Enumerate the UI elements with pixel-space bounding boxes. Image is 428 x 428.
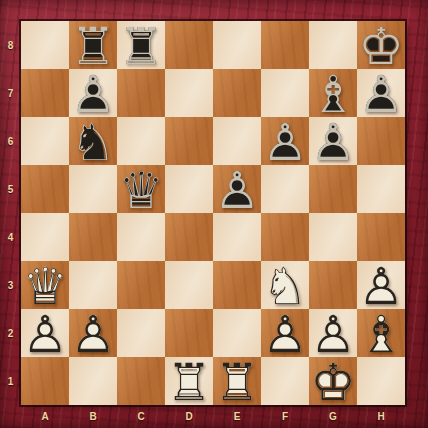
square-b4[interactable]	[69, 213, 117, 261]
square-h2[interactable]: ♝♗	[357, 309, 405, 357]
square-g7[interactable]: ♝♗	[309, 69, 357, 117]
square-g8[interactable]	[309, 21, 357, 69]
white-pawn[interactable]: ♟♙	[69, 309, 117, 357]
file-label-b: B	[69, 405, 117, 428]
black-pawn-outline-icon: ♙	[261, 118, 309, 166]
square-c4[interactable]	[117, 213, 165, 261]
square-d7[interactable]	[165, 69, 213, 117]
file-label-g: G	[309, 405, 357, 428]
square-g3[interactable]	[309, 261, 357, 309]
chess-board: ♜♖♜♖♚♔♟♙♝♗♟♙♞♘♟♙♟♙♛♕♟♙♛♕♞♘♟♙♟♙♟♙♟♙♟♙♝♗♜♖…	[21, 21, 405, 405]
white-pawn-outline-icon: ♙	[357, 262, 405, 310]
rank-label-4: 4	[0, 213, 21, 261]
black-queen[interactable]: ♛♕	[117, 165, 165, 213]
square-f6[interactable]: ♟♙	[261, 117, 309, 165]
black-pawn-outline-icon: ♙	[69, 70, 117, 118]
white-knight-outline-icon: ♘	[261, 262, 309, 310]
square-h4[interactable]	[357, 213, 405, 261]
square-c6[interactable]	[117, 117, 165, 165]
square-e6[interactable]	[213, 117, 261, 165]
rank-label-1: 1	[0, 357, 21, 405]
black-bishop-outline-icon: ♗	[309, 70, 357, 118]
black-king-outline-icon: ♔	[357, 22, 405, 70]
file-label-f: F	[261, 405, 309, 428]
black-pawn-outline-icon: ♙	[357, 70, 405, 118]
square-d8[interactable]	[165, 21, 213, 69]
rank-label-3: 3	[0, 261, 21, 309]
square-d1[interactable]: ♜♖	[165, 357, 213, 405]
file-label-e: E	[213, 405, 261, 428]
square-a4[interactable]	[21, 213, 69, 261]
square-b5[interactable]	[69, 165, 117, 213]
black-rook-outline-icon: ♖	[69, 22, 117, 70]
square-b8[interactable]: ♜♖	[69, 21, 117, 69]
square-b3[interactable]	[69, 261, 117, 309]
square-b7[interactable]: ♟♙	[69, 69, 117, 117]
square-g2[interactable]: ♟♙	[309, 309, 357, 357]
square-g6[interactable]: ♟♙	[309, 117, 357, 165]
square-a6[interactable]	[21, 117, 69, 165]
black-queen-outline-icon: ♕	[117, 166, 165, 214]
square-f1[interactable]	[261, 357, 309, 405]
white-rook[interactable]: ♜♖	[213, 357, 261, 405]
black-knight-outline-icon: ♘	[69, 118, 117, 166]
square-c2[interactable]	[117, 309, 165, 357]
white-pawn[interactable]: ♟♙	[261, 309, 309, 357]
white-rook-outline-icon: ♖	[213, 358, 261, 406]
square-d3[interactable]	[165, 261, 213, 309]
square-a3[interactable]: ♛♕	[21, 261, 69, 309]
file-label-c: C	[117, 405, 165, 428]
white-queen-outline-icon: ♕	[21, 262, 69, 310]
square-a7[interactable]	[21, 69, 69, 117]
white-king-outline-icon: ♔	[309, 358, 357, 406]
black-pawn[interactable]: ♟♙	[69, 69, 117, 117]
file-label-d: D	[165, 405, 213, 428]
square-h5[interactable]	[357, 165, 405, 213]
white-pawn-outline-icon: ♙	[261, 310, 309, 358]
square-c3[interactable]	[117, 261, 165, 309]
black-knight[interactable]: ♞♘	[69, 117, 117, 165]
rank-label-2: 2	[0, 309, 21, 357]
white-bishop[interactable]: ♝♗	[357, 309, 405, 357]
white-pawn-outline-icon: ♙	[69, 310, 117, 358]
white-king[interactable]: ♚♔	[309, 357, 357, 405]
square-e4[interactable]	[213, 213, 261, 261]
square-f3[interactable]: ♞♘	[261, 261, 309, 309]
square-b6[interactable]: ♞♘	[69, 117, 117, 165]
square-h7[interactable]: ♟♙	[357, 69, 405, 117]
black-pawn[interactable]: ♟♙	[213, 165, 261, 213]
white-queen[interactable]: ♛♕	[21, 261, 69, 309]
square-h1[interactable]	[357, 357, 405, 405]
black-bishop[interactable]: ♝♗	[309, 69, 357, 117]
square-g1[interactable]: ♚♔	[309, 357, 357, 405]
white-rook[interactable]: ♜♖	[165, 357, 213, 405]
square-b2[interactable]: ♟♙	[69, 309, 117, 357]
square-g4[interactable]	[309, 213, 357, 261]
black-pawn[interactable]: ♟♙	[309, 117, 357, 165]
black-pawn-outline-icon: ♙	[309, 118, 357, 166]
square-e2[interactable]	[213, 309, 261, 357]
file-label-h: H	[357, 405, 405, 428]
square-e7[interactable]	[213, 69, 261, 117]
square-c8[interactable]: ♜♖	[117, 21, 165, 69]
square-a5[interactable]	[21, 165, 69, 213]
black-pawn[interactable]: ♟♙	[357, 69, 405, 117]
black-rook[interactable]: ♜♖	[69, 21, 117, 69]
square-e5[interactable]: ♟♙	[213, 165, 261, 213]
square-h8[interactable]: ♚♔	[357, 21, 405, 69]
square-e3[interactable]	[213, 261, 261, 309]
white-pawn[interactable]: ♟♙	[309, 309, 357, 357]
white-pawn[interactable]: ♟♙	[357, 261, 405, 309]
square-d6[interactable]	[165, 117, 213, 165]
white-pawn-outline-icon: ♙	[309, 310, 357, 358]
black-pawn[interactable]: ♟♙	[261, 117, 309, 165]
square-f8[interactable]	[261, 21, 309, 69]
square-a1[interactable]	[21, 357, 69, 405]
square-e8[interactable]	[213, 21, 261, 69]
square-d2[interactable]	[165, 309, 213, 357]
square-f5[interactable]	[261, 165, 309, 213]
black-rook-outline-icon: ♖	[117, 22, 165, 70]
square-e1[interactable]: ♜♖	[213, 357, 261, 405]
square-h3[interactable]: ♟♙	[357, 261, 405, 309]
square-d4[interactable]	[165, 213, 213, 261]
rank-label-8: 8	[0, 21, 21, 69]
square-f7[interactable]	[261, 69, 309, 117]
square-c7[interactable]	[117, 69, 165, 117]
white-bishop-outline-icon: ♗	[357, 310, 405, 358]
rank-label-5: 5	[0, 165, 21, 213]
square-c5[interactable]: ♛♕	[117, 165, 165, 213]
square-h6[interactable]	[357, 117, 405, 165]
black-king[interactable]: ♚♔	[357, 21, 405, 69]
square-b1[interactable]	[69, 357, 117, 405]
square-a2[interactable]: ♟♙	[21, 309, 69, 357]
file-label-a: A	[21, 405, 69, 428]
square-f4[interactable]	[261, 213, 309, 261]
black-pawn-outline-icon: ♙	[213, 166, 261, 214]
rank-label-7: 7	[0, 69, 21, 117]
white-pawn-outline-icon: ♙	[21, 310, 69, 358]
white-pawn[interactable]: ♟♙	[21, 309, 69, 357]
square-d5[interactable]	[165, 165, 213, 213]
board-frame: ♜♖♜♖♚♔♟♙♝♗♟♙♞♘♟♙♟♙♛♕♟♙♛♕♞♘♟♙♟♙♟♙♟♙♟♙♝♗♜♖…	[0, 0, 428, 428]
rank-label-6: 6	[0, 117, 21, 165]
square-g5[interactable]	[309, 165, 357, 213]
square-c1[interactable]	[117, 357, 165, 405]
white-knight[interactable]: ♞♘	[261, 261, 309, 309]
white-rook-outline-icon: ♖	[165, 358, 213, 406]
square-f2[interactable]: ♟♙	[261, 309, 309, 357]
black-rook[interactable]: ♜♖	[117, 21, 165, 69]
square-a8[interactable]	[21, 21, 69, 69]
